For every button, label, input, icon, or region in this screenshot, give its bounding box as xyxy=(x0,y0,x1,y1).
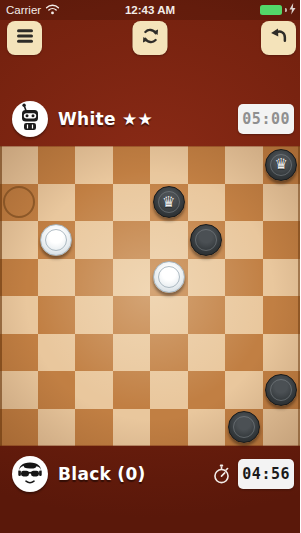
king-crown-icon: ♛ xyxy=(275,157,288,172)
black-player-row: Black (0) 04:56 xyxy=(0,454,300,494)
square-r4c2 xyxy=(75,296,113,334)
menu-button[interactable] xyxy=(7,21,42,55)
square-r1c0[interactable] xyxy=(0,184,38,222)
charging-bolt-icon xyxy=(289,3,296,17)
square-r6c0 xyxy=(0,371,38,409)
robot-icon xyxy=(12,101,48,137)
square-r5c3 xyxy=(113,334,151,372)
difficulty-stars: ★★ xyxy=(122,109,153,129)
square-r5c1 xyxy=(38,334,76,372)
king-crown-icon: ♛ xyxy=(162,195,175,210)
restart-icon xyxy=(139,25,161,51)
square-r6c5[interactable] xyxy=(188,371,226,409)
white-man-piece[interactable] xyxy=(153,261,185,293)
square-r6c4 xyxy=(150,371,188,409)
square-r3c1 xyxy=(38,259,76,297)
square-r3c0[interactable] xyxy=(0,259,38,297)
board[interactable]: ♛♛ xyxy=(0,146,300,446)
face-sunglasses-icon xyxy=(12,456,48,492)
square-r2c0 xyxy=(0,221,38,259)
square-r3c3 xyxy=(113,259,151,297)
square-r2c2 xyxy=(75,221,113,259)
square-r1c5 xyxy=(188,184,226,222)
square-r4c5[interactable] xyxy=(188,296,226,334)
square-r7c6[interactable] xyxy=(225,409,263,447)
square-r1c1 xyxy=(38,184,76,222)
square-r4c0 xyxy=(0,296,38,334)
square-r2c3[interactable] xyxy=(113,221,151,259)
restart-button[interactable] xyxy=(133,21,168,55)
square-r7c3 xyxy=(113,409,151,447)
black-king-piece[interactable]: ♛ xyxy=(265,149,297,181)
square-r3c5 xyxy=(188,259,226,297)
white-player-row: White ★★ 05:00 xyxy=(0,99,300,139)
clock-time: 12:43 AM xyxy=(0,4,300,16)
square-r5c7 xyxy=(263,334,301,372)
square-r1c7 xyxy=(263,184,301,222)
square-r0c1[interactable] xyxy=(38,146,76,184)
square-r0c2 xyxy=(75,146,113,184)
square-r0c6 xyxy=(225,146,263,184)
square-r7c5 xyxy=(188,409,226,447)
square-r0c7[interactable]: ♛ xyxy=(263,146,301,184)
square-r6c2 xyxy=(75,371,113,409)
battery-indicator xyxy=(260,3,296,17)
square-r3c2[interactable] xyxy=(75,259,113,297)
white-player-name: White ★★ xyxy=(58,109,153,129)
square-r5c4[interactable] xyxy=(150,334,188,372)
square-r2c1[interactable] xyxy=(38,221,76,259)
black-man-piece[interactable] xyxy=(265,374,297,406)
app-screen: Carrier 12:43 AM xyxy=(0,0,300,533)
square-r1c2[interactable] xyxy=(75,184,113,222)
status-bar: Carrier 12:43 AM xyxy=(0,0,300,20)
white-timer: 05:00 xyxy=(238,104,294,134)
toolbar xyxy=(0,21,300,55)
black-timer: 04:56 xyxy=(238,459,294,489)
square-r2c6 xyxy=(225,221,263,259)
square-r7c2[interactable] xyxy=(75,409,113,447)
black-man-piece[interactable] xyxy=(228,411,260,443)
square-r3c4[interactable] xyxy=(150,259,188,297)
square-r1c3 xyxy=(113,184,151,222)
square-r7c1 xyxy=(38,409,76,447)
square-r0c4 xyxy=(150,146,188,184)
square-r5c0[interactable] xyxy=(0,334,38,372)
square-r7c7 xyxy=(263,409,301,447)
square-r2c4 xyxy=(150,221,188,259)
square-r6c7[interactable] xyxy=(263,371,301,409)
white-avatar xyxy=(12,101,48,137)
black-avatar xyxy=(12,456,48,492)
square-r4c6 xyxy=(225,296,263,334)
square-r0c0 xyxy=(0,146,38,184)
square-r5c5 xyxy=(188,334,226,372)
square-r6c3[interactable] xyxy=(113,371,151,409)
black-player-name: Black (0) xyxy=(58,464,146,484)
square-r0c3[interactable] xyxy=(113,146,151,184)
square-r5c2[interactable] xyxy=(75,334,113,372)
undo-button[interactable] xyxy=(261,21,296,55)
square-r7c0[interactable] xyxy=(0,409,38,447)
square-r6c6 xyxy=(225,371,263,409)
square-r6c1[interactable] xyxy=(38,371,76,409)
square-r0c5[interactable] xyxy=(188,146,226,184)
square-r2c5[interactable] xyxy=(188,221,226,259)
white-man-piece[interactable] xyxy=(40,224,72,256)
move-hint-marker[interactable] xyxy=(3,186,35,218)
square-r4c4 xyxy=(150,296,188,334)
stopwatch-icon xyxy=(212,463,231,485)
square-r1c6[interactable] xyxy=(225,184,263,222)
square-r4c7[interactable] xyxy=(263,296,301,334)
square-r7c4[interactable] xyxy=(150,409,188,447)
undo-icon xyxy=(268,25,290,51)
black-king-piece[interactable]: ♛ xyxy=(153,186,185,218)
square-r3c7 xyxy=(263,259,301,297)
square-r1c4[interactable]: ♛ xyxy=(150,184,188,222)
menu-icon xyxy=(15,27,35,49)
square-r4c3[interactable] xyxy=(113,296,151,334)
square-r4c1[interactable] xyxy=(38,296,76,334)
battery-icon xyxy=(260,5,282,15)
square-r2c7[interactable] xyxy=(263,221,301,259)
square-r5c6[interactable] xyxy=(225,334,263,372)
black-man-piece[interactable] xyxy=(190,224,222,256)
square-r3c6[interactable] xyxy=(225,259,263,297)
